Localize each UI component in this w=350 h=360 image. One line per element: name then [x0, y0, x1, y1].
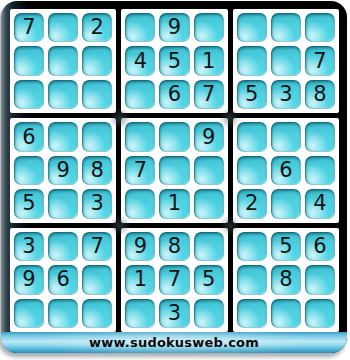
cell-r6c6[interactable]	[194, 189, 224, 218]
cell-r3c2[interactable]	[48, 80, 78, 109]
cell-r2c7[interactable]	[237, 46, 267, 75]
cell-r1c2[interactable]	[48, 13, 78, 42]
cell-r2c1[interactable]	[14, 46, 44, 75]
cell-r9c3[interactable]	[82, 299, 112, 328]
cell-r8c9[interactable]	[305, 265, 335, 294]
cell-r6c3: 3	[82, 189, 112, 218]
cell-r5c1[interactable]	[14, 156, 44, 185]
cell-r7c9: 6	[305, 232, 335, 261]
box-r3c3: 568	[233, 228, 339, 332]
cell-r1c7[interactable]	[237, 13, 267, 42]
cell-r8c1: 9	[14, 265, 44, 294]
board-frame: 729451677538698539716243796981753568 www…	[1, 1, 347, 353]
cell-r9c1[interactable]	[14, 299, 44, 328]
cell-r4c8[interactable]	[271, 122, 301, 151]
cell-r1c9[interactable]	[305, 13, 335, 42]
cell-r5c8: 6	[271, 156, 301, 185]
cell-r7c6[interactable]	[194, 232, 224, 261]
cell-r2c5: 5	[159, 46, 189, 75]
cell-r2c4: 4	[125, 46, 155, 75]
cell-r3c7: 5	[237, 80, 267, 109]
cell-r6c7: 2	[237, 189, 267, 218]
cell-r8c7[interactable]	[237, 265, 267, 294]
cell-r6c4[interactable]	[125, 189, 155, 218]
box-r3c2: 981753	[121, 228, 227, 332]
cell-r8c5: 7	[159, 265, 189, 294]
cell-r4c3[interactable]	[82, 122, 112, 151]
box-r2c3: 624	[233, 118, 339, 222]
box-r3c1: 3796	[10, 228, 116, 332]
cell-r9c2[interactable]	[48, 299, 78, 328]
cell-r9c7[interactable]	[237, 299, 267, 328]
cell-r9c9[interactable]	[305, 299, 335, 328]
cell-r4c2[interactable]	[48, 122, 78, 151]
cell-r5c3: 8	[82, 156, 112, 185]
cell-r4c4[interactable]	[125, 122, 155, 151]
cell-r6c2[interactable]	[48, 189, 78, 218]
cell-r1c8[interactable]	[271, 13, 301, 42]
cell-r7c8: 5	[271, 232, 301, 261]
cell-r4c5[interactable]	[159, 122, 189, 151]
website-url-label: www.sudokusweb.com	[89, 335, 259, 350]
cell-r1c5: 9	[159, 13, 189, 42]
cell-r1c6[interactable]	[194, 13, 224, 42]
cell-r3c5: 6	[159, 80, 189, 109]
cell-r6c1: 5	[14, 189, 44, 218]
cell-r4c9[interactable]	[305, 122, 335, 151]
cell-r9c8[interactable]	[271, 299, 301, 328]
cell-r6c5: 1	[159, 189, 189, 218]
cell-r1c3: 2	[82, 13, 112, 42]
cell-r1c4[interactable]	[125, 13, 155, 42]
cell-r7c5: 8	[159, 232, 189, 261]
cell-r5c6[interactable]	[194, 156, 224, 185]
cell-r7c3: 7	[82, 232, 112, 261]
cell-r7c4: 9	[125, 232, 155, 261]
sudoku-board: 729451677538698539716243796981753568	[10, 9, 339, 332]
box-r2c2: 971	[121, 118, 227, 222]
cell-r5c9[interactable]	[305, 156, 335, 185]
cell-r8c8: 8	[271, 265, 301, 294]
cell-r2c3[interactable]	[82, 46, 112, 75]
cell-r6c8[interactable]	[271, 189, 301, 218]
cell-r4c7[interactable]	[237, 122, 267, 151]
cell-r5c4: 7	[125, 156, 155, 185]
cell-r8c4: 1	[125, 265, 155, 294]
footer-band: www.sudokusweb.com	[1, 332, 347, 353]
cell-r5c2: 9	[48, 156, 78, 185]
cell-r8c2: 6	[48, 265, 78, 294]
cell-r3c4[interactable]	[125, 80, 155, 109]
cell-r5c7[interactable]	[237, 156, 267, 185]
sudoku-puzzle: 729451677538698539716243796981753568 www…	[0, 0, 350, 360]
cell-r2c9: 7	[305, 46, 335, 75]
cell-r5c5[interactable]	[159, 156, 189, 185]
cell-r4c1: 6	[14, 122, 44, 151]
cell-r9c4[interactable]	[125, 299, 155, 328]
box-r2c1: 69853	[10, 118, 116, 222]
cell-r3c8: 3	[271, 80, 301, 109]
cell-r7c7[interactable]	[237, 232, 267, 261]
cell-r2c6: 1	[194, 46, 224, 75]
cell-r2c2[interactable]	[48, 46, 78, 75]
cell-r9c6[interactable]	[194, 299, 224, 328]
box-r1c3: 7538	[233, 9, 339, 113]
cell-r7c2[interactable]	[48, 232, 78, 261]
box-r1c2: 945167	[121, 9, 227, 113]
cell-r3c6: 7	[194, 80, 224, 109]
cell-r1c1: 7	[14, 13, 44, 42]
cell-r7c1: 3	[14, 232, 44, 261]
cell-r8c6: 5	[194, 265, 224, 294]
cell-r9c5: 3	[159, 299, 189, 328]
cell-r4c6: 9	[194, 122, 224, 151]
box-r1c1: 72	[10, 9, 116, 113]
cell-r8c3[interactable]	[82, 265, 112, 294]
cell-r3c1[interactable]	[14, 80, 44, 109]
cell-r3c3[interactable]	[82, 80, 112, 109]
cell-r2c8[interactable]	[271, 46, 301, 75]
cell-r3c9: 8	[305, 80, 335, 109]
cell-r6c9: 4	[305, 189, 335, 218]
